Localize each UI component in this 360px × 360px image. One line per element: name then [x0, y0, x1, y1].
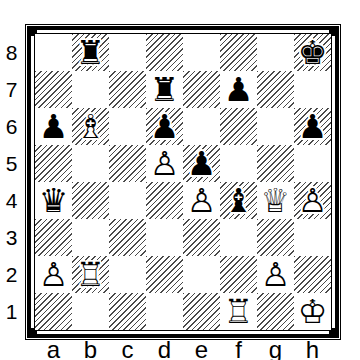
square-b3[interactable]	[72, 219, 109, 256]
square-g7[interactable]	[257, 71, 294, 108]
square-f4[interactable]: ♝♝	[220, 182, 257, 219]
square-c1[interactable]	[109, 293, 146, 330]
white-queen: ♛♕	[257, 182, 294, 219]
square-e3[interactable]	[183, 219, 220, 256]
square-d8[interactable]	[146, 34, 183, 71]
file-label-g: g	[257, 339, 294, 360]
board-frame: ♜♜♚♚♜♜♟♟♟♟♝♗♟♟♟♟♟♙♟♟♛♛♟♙♝♝♛♕♟♙♟♙♜♖♟♙♜♖♚♔	[27, 26, 339, 338]
piece-glyph: ♜	[76, 34, 106, 71]
white-rook: ♜♖	[220, 293, 257, 330]
piece-glyph: ♙	[39, 256, 69, 293]
piece-glyph: ♟	[39, 108, 69, 145]
square-a1[interactable]	[35, 293, 72, 330]
file-label-e: e	[183, 339, 220, 360]
square-b4[interactable]	[72, 182, 109, 219]
square-g6[interactable]	[257, 108, 294, 145]
square-h5[interactable]	[294, 145, 331, 182]
square-c3[interactable]	[109, 219, 146, 256]
square-h8[interactable]: ♚♚	[294, 34, 331, 71]
piece-glyph: ♖	[76, 256, 106, 293]
black-pawn: ♟♟	[146, 108, 183, 145]
square-c5[interactable]	[109, 145, 146, 182]
square-g4[interactable]: ♛♕	[257, 182, 294, 219]
piece-glyph: ♟	[298, 108, 328, 145]
piece-glyph: ♟	[224, 71, 254, 108]
square-f2[interactable]	[220, 256, 257, 293]
square-h7[interactable]	[294, 71, 331, 108]
file-label-c: c	[109, 339, 146, 360]
square-h6[interactable]: ♟♟	[294, 108, 331, 145]
piece-glyph: ♛	[39, 182, 69, 219]
square-b6[interactable]: ♝♗	[72, 108, 109, 145]
square-a2[interactable]: ♟♙	[35, 256, 72, 293]
piece-glyph: ♗	[76, 108, 106, 145]
square-e2[interactable]	[183, 256, 220, 293]
square-c6[interactable]	[109, 108, 146, 145]
file-label-b: b	[72, 339, 109, 360]
piece-glyph: ♟	[150, 108, 180, 145]
piece-glyph: ♙	[187, 182, 217, 219]
square-d5[interactable]: ♟♙	[146, 145, 183, 182]
file-label-f: f	[220, 339, 257, 360]
rank-label-5: 5	[0, 145, 23, 182]
chess-board: ♜♜♚♚♜♜♟♟♟♟♝♗♟♟♟♟♟♙♟♟♛♛♟♙♝♝♛♕♟♙♟♙♜♖♟♙♜♖♚♔	[25, 24, 341, 340]
black-queen: ♛♛	[35, 182, 72, 219]
square-d7[interactable]: ♜♜	[146, 71, 183, 108]
square-a3[interactable]	[35, 219, 72, 256]
piece-glyph: ♚	[298, 34, 328, 71]
rank-label-8: 8	[0, 34, 23, 71]
square-b2[interactable]: ♜♖	[72, 256, 109, 293]
chess-diagram: ♜♜♚♚♜♜♟♟♟♟♝♗♟♟♟♟♟♙♟♟♛♛♟♙♝♝♛♕♟♙♟♙♜♖♟♙♜♖♚♔…	[0, 0, 360, 360]
square-f1[interactable]: ♜♖	[220, 293, 257, 330]
square-h4[interactable]: ♟♙	[294, 182, 331, 219]
square-f7[interactable]: ♟♟	[220, 71, 257, 108]
file-label-a: a	[35, 339, 72, 360]
square-d3[interactable]	[146, 219, 183, 256]
square-c2[interactable]	[109, 256, 146, 293]
file-label-h: h	[294, 339, 331, 360]
square-a5[interactable]	[35, 145, 72, 182]
piece-glyph: ♙	[150, 145, 180, 182]
square-a7[interactable]	[35, 71, 72, 108]
square-d1[interactable]	[146, 293, 183, 330]
board-inner: ♜♜♚♚♜♜♟♟♟♟♝♗♟♟♟♟♟♙♟♟♛♛♟♙♝♝♛♕♟♙♟♙♜♖♟♙♜♖♚♔	[34, 33, 332, 331]
square-a4[interactable]: ♛♛	[35, 182, 72, 219]
black-pawn: ♟♟	[183, 145, 220, 182]
square-e8[interactable]	[183, 34, 220, 71]
square-d4[interactable]	[146, 182, 183, 219]
square-b5[interactable]	[72, 145, 109, 182]
black-rook: ♜♜	[146, 71, 183, 108]
white-pawn: ♟♙	[257, 256, 294, 293]
piece-glyph: ♖	[224, 293, 254, 330]
piece-glyph: ♝	[224, 182, 254, 219]
square-g1[interactable]	[257, 293, 294, 330]
rank-label-7: 7	[0, 71, 23, 108]
black-king: ♚♚	[294, 34, 331, 71]
square-h3[interactable]	[294, 219, 331, 256]
piece-glyph: ♜	[150, 71, 180, 108]
square-f5[interactable]	[220, 145, 257, 182]
square-c4[interactable]	[109, 182, 146, 219]
piece-glyph: ♟	[187, 145, 217, 182]
rank-label-4: 4	[0, 182, 23, 219]
square-f8[interactable]	[220, 34, 257, 71]
piece-glyph: ♕	[261, 182, 291, 219]
square-c8[interactable]	[109, 34, 146, 71]
square-a6[interactable]: ♟♟	[35, 108, 72, 145]
square-e6[interactable]	[183, 108, 220, 145]
square-g2[interactable]: ♟♙	[257, 256, 294, 293]
rank-label-6: 6	[0, 108, 23, 145]
piece-glyph: ♙	[261, 256, 291, 293]
square-a8[interactable]	[35, 34, 72, 71]
white-bishop: ♝♗	[72, 108, 109, 145]
white-pawn: ♟♙	[146, 145, 183, 182]
piece-glyph: ♔	[298, 293, 328, 330]
square-d2[interactable]	[146, 256, 183, 293]
file-label-d: d	[146, 339, 183, 360]
white-rook: ♜♖	[72, 256, 109, 293]
square-e1[interactable]	[183, 293, 220, 330]
square-g3[interactable]	[257, 219, 294, 256]
square-c7[interactable]	[109, 71, 146, 108]
white-pawn: ♟♙	[294, 182, 331, 219]
board-grid: ♜♜♚♚♜♜♟♟♟♟♝♗♟♟♟♟♟♙♟♟♛♛♟♙♝♝♛♕♟♙♟♙♜♖♟♙♜♖♚♔	[35, 34, 331, 330]
square-b8[interactable]: ♜♜	[72, 34, 109, 71]
square-e5[interactable]: ♟♟	[183, 145, 220, 182]
rank-label-1: 1	[0, 293, 23, 330]
square-g8[interactable]	[257, 34, 294, 71]
black-pawn: ♟♟	[35, 108, 72, 145]
white-pawn: ♟♙	[35, 256, 72, 293]
square-h1[interactable]: ♚♔	[294, 293, 331, 330]
black-pawn: ♟♟	[294, 108, 331, 145]
square-g5[interactable]	[257, 145, 294, 182]
rank-label-2: 2	[0, 256, 23, 293]
white-king: ♚♔	[294, 293, 331, 330]
black-pawn: ♟♟	[220, 71, 257, 108]
square-f3[interactable]	[220, 219, 257, 256]
square-d6[interactable]: ♟♟	[146, 108, 183, 145]
square-f6[interactable]	[220, 108, 257, 145]
square-b7[interactable]	[72, 71, 109, 108]
white-pawn: ♟♙	[183, 182, 220, 219]
square-b1[interactable]	[72, 293, 109, 330]
square-h2[interactable]	[294, 256, 331, 293]
square-e7[interactable]	[183, 71, 220, 108]
piece-glyph: ♙	[298, 182, 328, 219]
black-rook: ♜♜	[72, 34, 109, 71]
black-bishop: ♝♝	[220, 182, 257, 219]
square-e4[interactable]: ♟♙	[183, 182, 220, 219]
rank-label-3: 3	[0, 219, 23, 256]
